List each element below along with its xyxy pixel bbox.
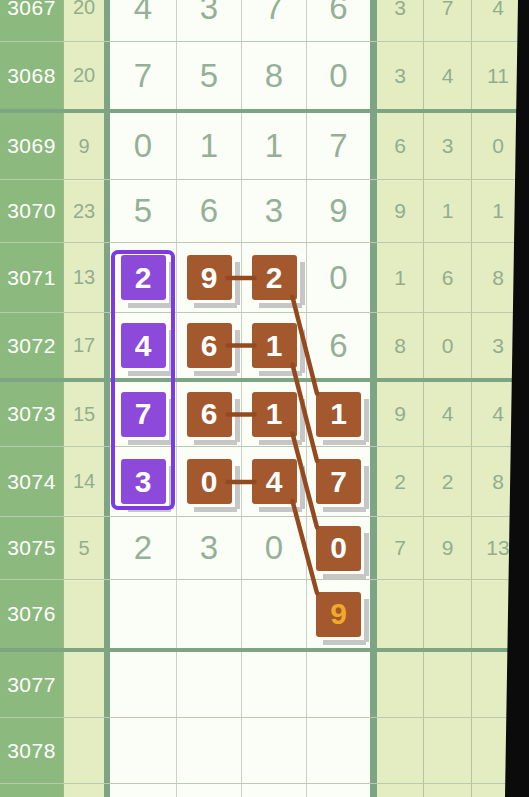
- draw-id: 3076: [0, 580, 63, 648]
- stat-cell-r3: 4: [471, 0, 524, 41]
- digit-cell-c3: 1: [241, 313, 306, 378]
- digit-cell-c3: [241, 784, 306, 797]
- digit-cell-c4: 1: [306, 382, 377, 446]
- digit-cell-c4: 6: [306, 313, 377, 378]
- brown-highlight-square: 6: [187, 323, 232, 368]
- table-row-3078: 3078: [0, 718, 524, 784]
- sum-cell: [63, 784, 104, 797]
- digit-cell-c3: 1: [241, 113, 306, 179]
- digit-cell-c3: 4: [241, 447, 306, 516]
- sum-cell: [63, 652, 104, 717]
- digit-cell-c1: 4: [104, 313, 176, 378]
- sum-cell: 9: [63, 113, 104, 179]
- stat-cell-r3: [471, 580, 524, 648]
- draw-id: 3073: [0, 382, 63, 446]
- digit-cell-c4: [306, 784, 377, 797]
- highlight-digit: 9: [201, 263, 218, 293]
- table-row-3068: 30682075803411: [0, 42, 524, 109]
- digit-cell-c2: [176, 784, 241, 797]
- digit-cell-c3: 7: [241, 0, 306, 41]
- digit-cell-c2: [176, 718, 241, 783]
- brown-highlight-square: 0: [187, 459, 232, 504]
- stat-cell-r3: 8: [471, 447, 524, 516]
- sum-cell: 14: [63, 447, 104, 516]
- digit-cell-c4: 0: [306, 42, 377, 109]
- brown-highlight-square: 1: [252, 392, 297, 437]
- digit-cell-c4: 0: [306, 517, 377, 579]
- draw-id: 3072: [0, 313, 63, 378]
- digit-cell-c4: 0: [306, 243, 377, 312]
- stat-cell-r2: 6: [423, 243, 471, 312]
- stat-cell-r1: 6: [377, 113, 423, 179]
- stat-cell-r2: 7: [423, 0, 471, 41]
- draw-id: 3067: [0, 0, 63, 41]
- highlight-digit: 1: [266, 331, 283, 361]
- digit-cell-c4: [306, 718, 377, 783]
- table-row-3072: 3072174616803: [0, 313, 524, 378]
- highlight-digit: 1: [266, 399, 283, 429]
- draw-id: 3075: [0, 517, 63, 579]
- highlight-digit: 6: [201, 399, 218, 429]
- highlight-digit: 4: [135, 331, 152, 361]
- digit-cell-c1: 0: [104, 113, 176, 179]
- digit-cell-c1: 7: [104, 42, 176, 109]
- table-row-3076: 30769: [0, 580, 524, 648]
- stat-cell-r3: [471, 652, 524, 717]
- stat-cell-r1: 3: [377, 42, 423, 109]
- digit-cell-c1: 2: [104, 517, 176, 579]
- digit-cell-c2: 6: [176, 180, 241, 242]
- stat-cell-r3: 11: [471, 42, 524, 109]
- highlight-digit: 9: [330, 599, 347, 629]
- digit-cell-c4: 9: [306, 180, 377, 242]
- highlight-digit: 3: [135, 467, 152, 497]
- lottery-trend-screen: 3067204376374306820758034113069901176303…: [0, 0, 529, 797]
- stat-cell-r3: [471, 784, 524, 797]
- digit-cell-c1: 7: [104, 382, 176, 446]
- digit-cell-c3: [241, 580, 306, 648]
- stat-cell-r2: [423, 580, 471, 648]
- digit-cell-c4: 7: [306, 447, 377, 516]
- draw-id: 3074: [0, 447, 63, 516]
- draw-id: 3078: [0, 718, 63, 783]
- purple-highlight-square: 7: [121, 392, 166, 437]
- draw-id: 3069: [0, 113, 63, 179]
- digit-cell-c2: 9: [176, 243, 241, 312]
- brown-highlight-square: 1: [252, 323, 297, 368]
- purple-highlight-square: 2: [121, 255, 166, 300]
- stat-cell-r3: 8: [471, 243, 524, 312]
- table-row-3073: 3073157611944: [0, 382, 524, 447]
- stat-cell-r3: 13: [471, 517, 524, 579]
- stat-cell-r2: [423, 652, 471, 717]
- highlight-digit: 7: [135, 399, 152, 429]
- stat-cell-r1: 9: [377, 382, 423, 446]
- digit-cell-c1: 5: [104, 180, 176, 242]
- draw-id: 3070: [0, 180, 63, 242]
- digit-cell-c4: 6: [306, 0, 377, 41]
- table-row-3071: 3071132920168: [0, 243, 524, 313]
- brown-highlight-square: 0: [316, 526, 361, 571]
- digit-cell-c2: 6: [176, 382, 241, 446]
- digit-cell-c1: 3: [104, 447, 176, 516]
- brown-highlight-square: 6: [187, 392, 232, 437]
- stat-cell-r2: [423, 718, 471, 783]
- stat-cell-r3: 3: [471, 313, 524, 378]
- brown-highlight-square: 9: [187, 255, 232, 300]
- highlight-digit: 6: [201, 331, 218, 361]
- purple-highlight-square: 3: [121, 459, 166, 504]
- sum-cell: 23: [63, 180, 104, 242]
- table-row-3075: 3075523007913: [0, 517, 524, 580]
- stat-cell-r1: 3: [377, 0, 423, 41]
- draw-id: 3068: [0, 42, 63, 109]
- table-row-partial: [0, 784, 524, 797]
- digit-cell-c3: 8: [241, 42, 306, 109]
- highlight-digit: 7: [330, 467, 347, 497]
- stat-cell-r2: 4: [423, 382, 471, 446]
- draw-id: [0, 784, 63, 797]
- brown-highlight-square: 9: [316, 592, 361, 637]
- sum-cell: 15: [63, 382, 104, 446]
- table-row-3074: 3074143047228: [0, 447, 524, 517]
- digit-cell-c2: 1: [176, 113, 241, 179]
- digit-cell-c3: [241, 652, 306, 717]
- stat-cell-r1: 1: [377, 243, 423, 312]
- stat-cell-r2: 1: [423, 180, 471, 242]
- digit-cell-c3: 3: [241, 180, 306, 242]
- digit-cell-c3: 1: [241, 382, 306, 446]
- digit-cell-c3: 2: [241, 243, 306, 312]
- sum-cell: [63, 580, 104, 648]
- digit-cell-c3: [241, 718, 306, 783]
- digit-cell-c1: [104, 784, 176, 797]
- stat-cell-r2: [423, 784, 471, 797]
- digit-cell-c4: [306, 652, 377, 717]
- stat-cell-r3: 0: [471, 113, 524, 179]
- digit-cell-c2: 5: [176, 42, 241, 109]
- draw-id: 3071: [0, 243, 63, 312]
- stat-cell-r2: 0: [423, 313, 471, 378]
- stat-cell-r2: 4: [423, 42, 471, 109]
- digit-cell-c2: [176, 652, 241, 717]
- table-row-3077: 3077: [0, 652, 524, 718]
- sum-cell: 13: [63, 243, 104, 312]
- stat-cell-r3: 1: [471, 180, 524, 242]
- brown-highlight-square: 1: [316, 392, 361, 437]
- table-row-3069: 306990117630: [0, 113, 524, 180]
- draw-id: 3077: [0, 652, 63, 717]
- stat-cell-r1: [377, 784, 423, 797]
- highlight-digit: 4: [266, 467, 283, 497]
- highlight-digit: 0: [330, 533, 347, 563]
- purple-highlight-square: 4: [121, 323, 166, 368]
- table-row-3067: 3067204376374: [0, 0, 524, 42]
- digit-cell-c2: 3: [176, 517, 241, 579]
- digit-cell-c2: 0: [176, 447, 241, 516]
- stat-cell-r1: 8: [377, 313, 423, 378]
- stat-cell-r2: 2: [423, 447, 471, 516]
- sum-cell: 20: [63, 42, 104, 109]
- digit-cell-c1: 2: [104, 243, 176, 312]
- stat-cell-r1: 7: [377, 517, 423, 579]
- highlight-digit: 2: [135, 263, 152, 293]
- highlight-digit: 0: [201, 467, 218, 497]
- brown-highlight-square: 4: [252, 459, 297, 504]
- digit-cell-c3: 0: [241, 517, 306, 579]
- sum-cell: 5: [63, 517, 104, 579]
- digit-cell-c4: 7: [306, 113, 377, 179]
- sum-cell: 20: [63, 0, 104, 41]
- digit-cell-c2: [176, 580, 241, 648]
- stat-cell-r1: [377, 652, 423, 717]
- stat-cell-r2: 9: [423, 517, 471, 579]
- sum-cell: 17: [63, 313, 104, 378]
- stat-cell-r1: 2: [377, 447, 423, 516]
- table-row-3070: 3070235639911: [0, 180, 524, 243]
- trend-board[interactable]: 3067204376374306820758034113069901176303…: [0, 0, 524, 797]
- sum-cell: [63, 718, 104, 783]
- brown-highlight-square: 2: [252, 255, 297, 300]
- stat-cell-r2: 3: [423, 113, 471, 179]
- highlight-digit: 1: [330, 399, 347, 429]
- stat-cell-r1: [377, 580, 423, 648]
- brown-highlight-square: 7: [316, 459, 361, 504]
- digit-cell-c2: 3: [176, 0, 241, 41]
- stat-cell-r3: [471, 718, 524, 783]
- digit-cell-c1: [104, 718, 176, 783]
- digit-cell-c2: 6: [176, 313, 241, 378]
- digit-cell-c1: [104, 580, 176, 648]
- digit-cell-c1: 4: [104, 0, 176, 41]
- digit-cell-c4: 9: [306, 580, 377, 648]
- stat-cell-r1: 9: [377, 180, 423, 242]
- highlight-digit: 2: [266, 263, 283, 293]
- stat-cell-r3: 4: [471, 382, 524, 446]
- stat-cell-r1: [377, 718, 423, 783]
- digit-cell-c1: [104, 652, 176, 717]
